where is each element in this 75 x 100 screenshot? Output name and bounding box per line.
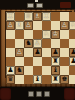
empty-square xyxy=(16,13,23,20)
empty-square xyxy=(61,49,68,56)
square-c6[interactable] xyxy=(24,30,33,39)
square-b4[interactable]: ♙ xyxy=(15,48,24,57)
square-c7[interactable]: ♙ xyxy=(24,21,33,30)
piece-black-king[interactable]: ♚ xyxy=(60,75,69,84)
empty-square xyxy=(52,22,59,29)
piece-white-bishop[interactable]: ♗ xyxy=(15,21,24,30)
empty-square xyxy=(52,40,59,47)
square-e7[interactable] xyxy=(42,21,51,30)
square-e2[interactable] xyxy=(42,66,51,75)
piece-white-bishop[interactable]: ♗ xyxy=(33,12,42,21)
piece-black-knight[interactable]: ♞ xyxy=(15,66,24,75)
square-a6[interactable] xyxy=(6,30,15,39)
square-c8[interactable]: ♕ xyxy=(24,12,33,21)
square-b2[interactable]: ♞ xyxy=(15,66,24,75)
square-c5[interactable]: ♞ xyxy=(24,39,33,48)
empty-square xyxy=(16,76,23,83)
square-d7[interactable] xyxy=(33,21,42,30)
empty-square xyxy=(43,58,50,65)
menu-icon[interactable] xyxy=(36,91,42,97)
piece-white-pawn[interactable]: ♙ xyxy=(24,21,33,30)
square-h8[interactable] xyxy=(69,12,75,21)
timer-chip xyxy=(60,2,71,8)
empty-square xyxy=(7,31,14,38)
square-g5[interactable] xyxy=(60,39,69,48)
piece-white-pawn[interactable]: ♙ xyxy=(60,21,69,30)
toolbar-button-icon[interactable] xyxy=(27,3,34,8)
square-a5[interactable] xyxy=(6,39,15,48)
empty-square xyxy=(61,31,68,38)
empty-square xyxy=(43,67,50,74)
redo-icon[interactable] xyxy=(44,91,50,97)
empty-square xyxy=(25,58,32,65)
empty-square xyxy=(52,13,59,20)
square-f8[interactable] xyxy=(51,12,60,21)
empty-square xyxy=(25,67,32,74)
square-b6[interactable] xyxy=(15,30,24,39)
piece-black-queen[interactable]: ♛ xyxy=(6,75,15,84)
empty-square xyxy=(16,58,23,65)
square-f5[interactable] xyxy=(51,39,60,48)
empty-square xyxy=(34,22,41,29)
piece-white-queen[interactable]: ♕ xyxy=(24,12,33,21)
square-b7[interactable]: ♗ xyxy=(15,21,24,30)
square-h5[interactable] xyxy=(69,39,75,48)
piece-white-king[interactable]: ♔ xyxy=(51,30,60,39)
piece-black-rook[interactable]: ♜ xyxy=(51,57,60,66)
square-h6[interactable] xyxy=(69,30,75,39)
empty-square xyxy=(34,31,41,38)
empty-square xyxy=(70,76,75,83)
square-c3[interactable] xyxy=(24,57,33,66)
toolbar-button-icon[interactable] xyxy=(36,3,43,8)
square-d6[interactable] xyxy=(33,30,42,39)
piece-white-rook[interactable]: ♖ xyxy=(6,12,15,21)
empty-square xyxy=(25,49,32,56)
empty-square xyxy=(61,67,68,74)
square-d1[interactable]: ♝ xyxy=(33,75,42,84)
empty-square xyxy=(16,31,23,38)
empty-square xyxy=(61,58,68,65)
square-f6[interactable]: ♔ xyxy=(51,30,60,39)
square-c2[interactable] xyxy=(24,66,33,75)
square-a4[interactable] xyxy=(6,48,15,57)
empty-square xyxy=(61,40,68,47)
square-d8[interactable]: ♗ xyxy=(33,12,42,21)
square-g7[interactable]: ♙ xyxy=(60,21,69,30)
piece-black-bishop[interactable]: ♝ xyxy=(51,66,60,75)
empty-square xyxy=(7,58,14,65)
square-e1[interactable] xyxy=(42,75,51,84)
empty-square xyxy=(43,49,50,56)
piece-black-rook[interactable]: ♜ xyxy=(51,75,60,84)
square-a8[interactable]: ♖ xyxy=(6,12,15,21)
empty-square xyxy=(70,40,75,47)
empty-square xyxy=(25,31,32,38)
square-h2[interactable] xyxy=(69,66,75,75)
square-c1[interactable] xyxy=(24,75,33,84)
piece-white-rook[interactable]: ♖ xyxy=(42,12,51,21)
square-h3[interactable]: ♟ xyxy=(69,57,75,66)
square-a1[interactable]: ♛ xyxy=(6,75,15,84)
empty-square xyxy=(34,67,41,74)
empty-square xyxy=(43,22,50,29)
square-f1[interactable]: ♜ xyxy=(51,75,60,84)
square-h4[interactable]: ♟ xyxy=(69,48,75,57)
empty-square xyxy=(7,49,14,56)
square-a3[interactable] xyxy=(6,57,15,66)
square-h7[interactable]: ♘ xyxy=(69,21,75,30)
square-e6[interactable]: ♘ xyxy=(42,30,51,39)
square-b1[interactable] xyxy=(15,75,24,84)
bottom-toolbar xyxy=(0,87,75,100)
piece-black-pawn[interactable]: ♟ xyxy=(6,66,15,75)
square-a7[interactable]: ♙ xyxy=(6,21,15,30)
square-c4[interactable] xyxy=(24,48,33,57)
square-d3[interactable] xyxy=(33,57,42,66)
square-d4[interactable]: ♟ xyxy=(33,48,42,57)
square-d2[interactable] xyxy=(33,66,42,75)
square-b3[interactable] xyxy=(15,57,24,66)
square-f7[interactable] xyxy=(51,21,60,30)
empty-square xyxy=(70,31,75,38)
square-f2[interactable]: ♝ xyxy=(51,66,60,75)
square-g4[interactable] xyxy=(60,48,69,57)
empty-square xyxy=(34,58,41,65)
empty-square xyxy=(70,67,75,74)
piece-white-pawn[interactable]: ♙ xyxy=(15,48,24,57)
square-g3[interactable] xyxy=(60,57,69,66)
piece-black-pawn[interactable]: ♟ xyxy=(33,48,42,57)
top-toolbar xyxy=(0,0,75,9)
piece-white-pawn[interactable]: ♙ xyxy=(6,21,15,30)
square-d5[interactable]: ♙ xyxy=(33,39,42,48)
board-frame: ♖♕♗♖♙♗♙♙♘♘♔♞♙♙♟♟♟♜♟♟♞♝♛♝♜♚ xyxy=(0,9,75,87)
square-g6[interactable] xyxy=(60,30,69,39)
square-e4[interactable] xyxy=(42,48,51,57)
piece-white-pawn[interactable]: ♙ xyxy=(33,39,42,48)
square-g1[interactable]: ♚ xyxy=(60,75,69,84)
empty-square xyxy=(61,13,68,20)
empty-square xyxy=(43,76,50,83)
square-e3[interactable] xyxy=(42,57,51,66)
square-g8[interactable] xyxy=(60,12,69,21)
back-button[interactable] xyxy=(0,88,11,100)
empty-square xyxy=(70,13,75,20)
empty-square xyxy=(7,40,14,47)
piece-black-pawn[interactable]: ♟ xyxy=(69,48,75,57)
square-b8[interactable] xyxy=(15,12,24,21)
square-g2[interactable] xyxy=(60,66,69,75)
chess-board[interactable]: ♖♕♗♖♙♗♙♙♘♘♔♞♙♙♟♟♟♜♟♟♞♝♛♝♜♚ xyxy=(5,11,72,78)
piece-white-knight[interactable]: ♘ xyxy=(42,30,51,39)
piece-white-knight[interactable]: ♘ xyxy=(69,21,75,30)
square-f3[interactable]: ♜ xyxy=(51,57,60,66)
square-e8[interactable]: ♖ xyxy=(42,12,51,21)
square-f4[interactable]: ♟ xyxy=(51,48,60,57)
square-h1[interactable] xyxy=(69,75,75,84)
empty-square xyxy=(25,76,32,83)
status-indicator xyxy=(35,0,38,2)
forward-button[interactable] xyxy=(64,88,75,100)
empty-square xyxy=(43,40,50,47)
piece-black-knight[interactable]: ♞ xyxy=(24,39,33,48)
square-a2[interactable]: ♟ xyxy=(6,66,15,75)
undo-icon[interactable] xyxy=(28,91,34,97)
chess-app-screen: ♖♕♗♖♙♗♙♙♘♘♔♞♙♙♟♟♟♜♟♟♞♝♛♝♜♚ xyxy=(0,0,75,100)
square-e5[interactable] xyxy=(42,39,51,48)
piece-black-bishop[interactable]: ♝ xyxy=(33,75,42,84)
piece-black-pawn[interactable]: ♟ xyxy=(51,48,60,57)
piece-black-pawn[interactable]: ♟ xyxy=(69,57,75,66)
empty-square xyxy=(16,40,23,47)
square-b5[interactable] xyxy=(15,39,24,48)
